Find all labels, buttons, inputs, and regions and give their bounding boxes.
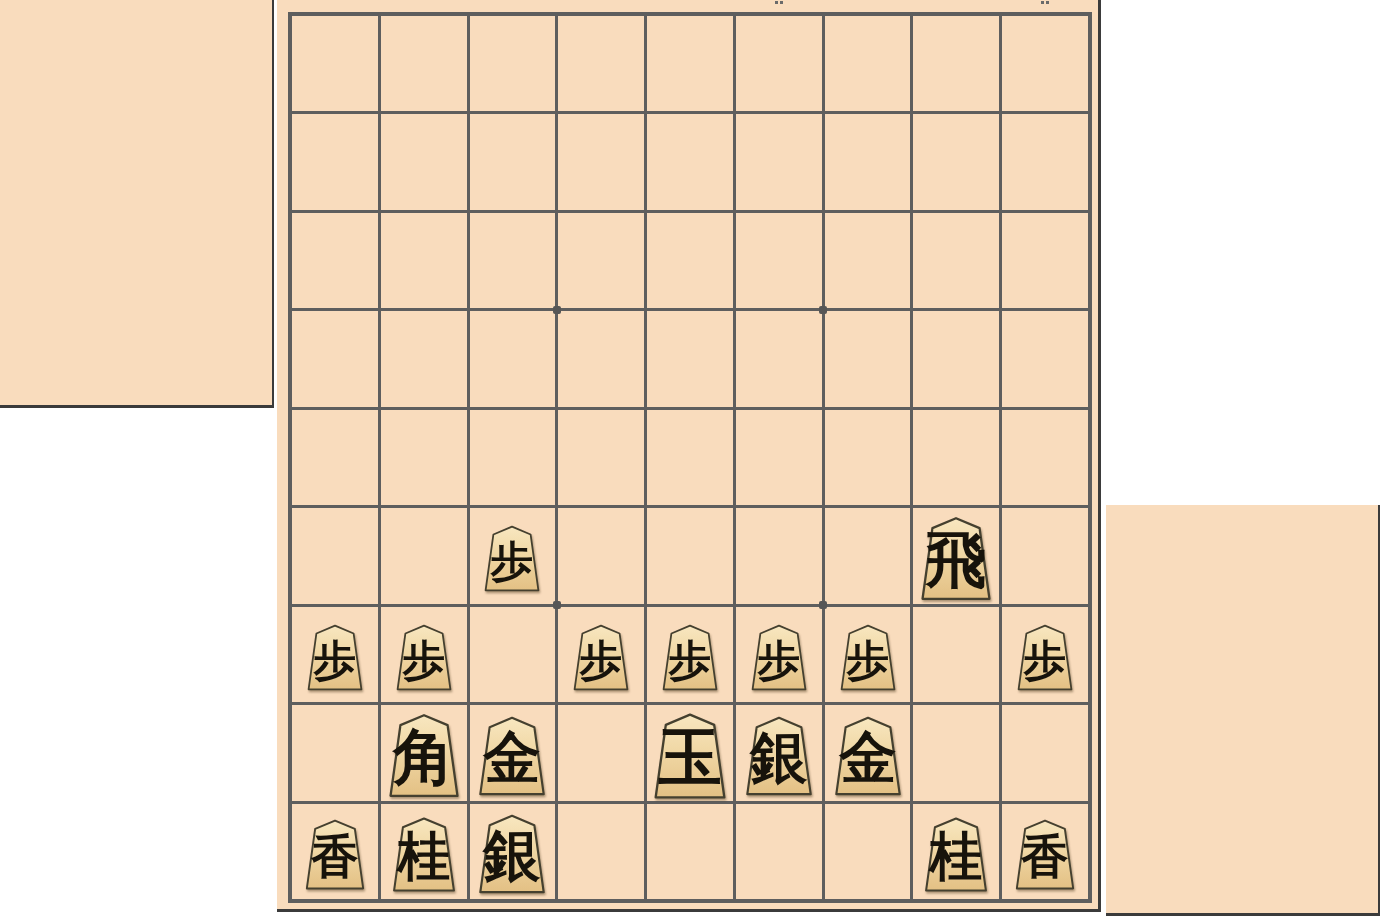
board-cell[interactable]	[647, 311, 733, 406]
board-cell[interactable]: 香	[292, 804, 378, 899]
piece-pawn[interactable]: 歩	[1015, 619, 1075, 696]
komadai-sente-captured-tray[interactable]	[1106, 505, 1380, 916]
star-point	[819, 306, 827, 314]
star-point	[553, 601, 561, 609]
board-cell[interactable]	[292, 508, 378, 603]
board-cell[interactable]: 歩	[381, 607, 467, 702]
board-cell[interactable]	[381, 508, 467, 603]
piece-king[interactable]: 玉	[651, 712, 729, 800]
board-cell[interactable]	[1002, 213, 1088, 308]
piece-pawn[interactable]: 歩	[394, 619, 454, 696]
board-cell[interactable]: 歩	[292, 607, 378, 702]
board-cell[interactable]	[558, 114, 644, 209]
piece-kanji: 桂	[928, 825, 982, 886]
board-cell[interactable]	[825, 804, 911, 899]
board-cell[interactable]: 桂	[381, 804, 467, 899]
piece-kanji: 銀	[748, 724, 807, 790]
board-cell[interactable]: 歩	[825, 607, 911, 702]
board-cell[interactable]	[825, 311, 911, 406]
board-cell[interactable]: 金	[470, 705, 556, 800]
board-cell[interactable]	[647, 16, 733, 111]
piece-knight[interactable]: 桂	[922, 814, 990, 895]
board-cell[interactable]: 歩	[1002, 607, 1088, 702]
board-cell[interactable]: 玉	[647, 705, 733, 800]
piece-rook[interactable]: 飛	[918, 515, 994, 602]
top-edge-dots	[1041, 1, 1044, 4]
shogi-board-panel: 歩飛歩歩歩歩歩歩歩角金玉銀金香桂銀桂香	[277, 0, 1101, 912]
piece-kanji: 銀	[482, 822, 541, 888]
board-cell[interactable]	[913, 410, 999, 505]
board-cell[interactable]	[470, 213, 556, 308]
piece-kanji: 香	[310, 829, 358, 884]
board-cell[interactable]	[558, 508, 644, 603]
board-cell[interactable]	[558, 16, 644, 111]
piece-silver[interactable]: 銀	[476, 812, 548, 896]
piece-pawn[interactable]: 歩	[305, 619, 365, 696]
board-cell[interactable]: 角	[381, 705, 467, 800]
komadai-gote-captured-tray[interactable]	[0, 0, 274, 408]
piece-gold[interactable]: 金	[476, 714, 548, 798]
piece-kanji: 歩	[313, 635, 357, 685]
board-cell[interactable]	[647, 508, 733, 603]
piece-kanji: 歩	[756, 635, 800, 685]
piece-kanji: 歩	[490, 536, 534, 586]
piece-pawn[interactable]: 歩	[660, 619, 720, 696]
board-cell[interactable]	[1002, 508, 1088, 603]
board-cell[interactable]	[381, 410, 467, 505]
piece-kanji: 歩	[579, 635, 623, 685]
board-cell[interactable]	[913, 114, 999, 209]
board-cell[interactable]	[736, 804, 822, 899]
board-cell[interactable]	[470, 607, 556, 702]
top-edge-dots	[775, 1, 778, 4]
piece-knight[interactable]: 桂	[390, 814, 458, 895]
piece-kanji: 歩	[1023, 635, 1067, 685]
piece-kanji: 桂	[395, 825, 449, 886]
piece-lance[interactable]: 香	[303, 815, 367, 894]
piece-kanji: 金	[838, 724, 896, 790]
board-cell[interactable]: 香	[1002, 804, 1088, 899]
board-cell[interactable]	[470, 311, 556, 406]
board-cell[interactable]	[558, 705, 644, 800]
board-cell[interactable]	[913, 213, 999, 308]
star-point	[819, 601, 827, 609]
board-cell[interactable]: 歩	[736, 607, 822, 702]
piece-lance[interactable]: 香	[1013, 815, 1077, 894]
board-cell[interactable]	[292, 410, 378, 505]
board-cell[interactable]	[647, 410, 733, 505]
board-cell[interactable]	[913, 705, 999, 800]
board-cell[interactable]	[825, 114, 911, 209]
board-cell[interactable]	[558, 410, 644, 505]
piece-kanji: 歩	[401, 635, 445, 685]
board-cell[interactable]	[292, 705, 378, 800]
board-cell[interactable]	[736, 311, 822, 406]
board-cell[interactable]	[1002, 410, 1088, 505]
board-cell[interactable]: 歩	[558, 607, 644, 702]
board-cell[interactable]	[470, 16, 556, 111]
board-cell[interactable]: 桂	[913, 804, 999, 899]
piece-bishop[interactable]: 角	[386, 712, 462, 799]
piece-kanji: 角	[391, 721, 454, 792]
board-cell[interactable]	[292, 16, 378, 111]
piece-gold[interactable]: 金	[832, 714, 904, 798]
board-cell[interactable]	[736, 16, 822, 111]
board-cell[interactable]	[470, 114, 556, 209]
board-cell[interactable]	[558, 804, 644, 899]
board-cell[interactable]	[470, 410, 556, 505]
board-cell[interactable]	[736, 410, 822, 505]
board-cell[interactable]	[1002, 16, 1088, 111]
board-cell[interactable]	[647, 213, 733, 308]
piece-pawn[interactable]: 歩	[571, 619, 631, 696]
board-cell[interactable]: 歩	[647, 607, 733, 702]
board-cell[interactable]	[292, 213, 378, 308]
board-cell[interactable]	[736, 508, 822, 603]
board-cell[interactable]	[381, 311, 467, 406]
star-point	[553, 306, 561, 314]
piece-kanji: 金	[483, 724, 541, 790]
board-cell[interactable]	[292, 311, 378, 406]
board-cell[interactable]: 歩	[470, 508, 556, 603]
board-cell[interactable]	[381, 114, 467, 209]
board-cell[interactable]	[736, 213, 822, 308]
board-cell[interactable]	[825, 508, 911, 603]
piece-pawn[interactable]: 歩	[482, 520, 542, 597]
board-cell[interactable]	[381, 16, 467, 111]
piece-kanji: 香	[1020, 829, 1068, 884]
piece-pawn[interactable]: 歩	[838, 619, 898, 696]
board-cell[interactable]: 金	[825, 705, 911, 800]
board-cell[interactable]	[825, 410, 911, 505]
board-cell[interactable]: 飛	[913, 508, 999, 603]
piece-kanji: 歩	[668, 635, 712, 685]
piece-silver[interactable]: 銀	[743, 714, 815, 798]
board-cell[interactable]	[558, 311, 644, 406]
shogi-board-grid: 歩飛歩歩歩歩歩歩歩角金玉銀金香桂銀桂香	[288, 12, 1092, 903]
board-cell[interactable]	[913, 607, 999, 702]
board-cell[interactable]	[292, 114, 378, 209]
board-cell[interactable]	[1002, 705, 1088, 800]
board-cell[interactable]: 銀	[736, 705, 822, 800]
board-cell[interactable]	[1002, 311, 1088, 406]
board-cell[interactable]	[825, 213, 911, 308]
board-cell[interactable]	[381, 213, 467, 308]
board-cell[interactable]	[913, 311, 999, 406]
board-cell[interactable]: 銀	[470, 804, 556, 899]
piece-kanji: 歩	[845, 635, 889, 685]
board-cell[interactable]	[647, 114, 733, 209]
board-cell[interactable]	[558, 213, 644, 308]
board-cell[interactable]	[1002, 114, 1088, 209]
board-cell[interactable]	[825, 16, 911, 111]
piece-kanji: 飛	[925, 524, 987, 595]
piece-pawn[interactable]: 歩	[749, 619, 809, 696]
board-cell[interactable]	[913, 16, 999, 111]
piece-kanji: 玉	[657, 719, 721, 793]
board-cell[interactable]	[647, 804, 733, 899]
board-cell[interactable]	[736, 114, 822, 209]
